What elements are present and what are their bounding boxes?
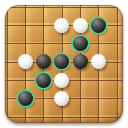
- white-stone: [73, 18, 88, 33]
- black-stone-winning: [36, 73, 51, 88]
- app-background: [0, 0, 128, 128]
- black-stone-winning: [73, 36, 88, 51]
- white-stone: [54, 18, 69, 33]
- black-stone-winning: [18, 91, 33, 106]
- black-stone: [36, 54, 51, 69]
- grid-line-horizontal: [5, 117, 123, 118]
- grid-line-horizontal: [5, 43, 123, 44]
- gomoku-board[interactable]: [5, 5, 123, 123]
- black-stone-winning: [54, 54, 69, 69]
- grid-line-vertical: [7, 5, 8, 123]
- white-stone: [18, 54, 33, 69]
- black-stone: [73, 54, 88, 69]
- white-stone: [54, 73, 69, 88]
- grid-line-horizontal: [5, 7, 123, 8]
- white-stone: [54, 91, 69, 106]
- grid-line-vertical: [117, 5, 118, 123]
- white-stone: [91, 54, 106, 69]
- black-stone-winning: [91, 18, 106, 33]
